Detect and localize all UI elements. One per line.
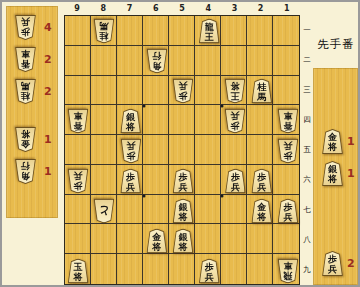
board-cell[interactable]: [221, 224, 247, 254]
rank-label: 五: [301, 135, 313, 165]
piece-shape: 銀将: [120, 109, 141, 134]
shogi-piece[interactable]: 歩兵: [251, 169, 272, 194]
board-cell[interactable]: [143, 195, 169, 225]
shogi-piece[interactable]: 歩兵: [277, 139, 298, 164]
shogi-piece[interactable]: 金将: [146, 229, 167, 254]
rank-label: 八: [301, 225, 313, 255]
shogi-piece[interactable]: 銀将: [120, 109, 141, 134]
piece-kanji: 玉将: [69, 260, 88, 283]
piece-shape: 金将: [322, 129, 343, 154]
piece-kanji: 金将: [16, 128, 35, 151]
piece-kanji: 桂馬: [16, 80, 35, 103]
piece-shape: 玉将: [68, 259, 89, 284]
piece-kanji: 歩兵: [252, 170, 271, 193]
rank-label: 一: [301, 15, 313, 45]
piece-shape: 銀将: [173, 199, 194, 224]
star-point: [221, 195, 224, 198]
piece-kanji: 角行: [16, 160, 35, 183]
board-cell[interactable]: [117, 46, 143, 76]
shogi-piece[interactable]: 金将: [322, 129, 343, 154]
piece-kanji: 飛車: [278, 260, 297, 283]
sente-captured-tray: 金将1銀将1歩兵2: [313, 68, 358, 285]
board-cell[interactable]: [221, 195, 247, 225]
shogi-piece[interactable]: 王将: [225, 79, 246, 104]
rank-label: 三: [301, 75, 313, 105]
piece-shape: 歩兵: [15, 15, 36, 40]
shogi-piece[interactable]: 金将: [251, 199, 272, 224]
board-cell[interactable]: [273, 46, 299, 76]
shogi-piece[interactable]: と: [94, 199, 115, 224]
piece-shape: 歩兵: [173, 169, 194, 194]
file-label: 7: [116, 4, 142, 14]
board-cell[interactable]: [247, 224, 273, 254]
captured-count: 2: [44, 53, 52, 66]
board-cell[interactable]: [117, 76, 143, 106]
shogi-piece[interactable]: 銀将: [173, 229, 194, 254]
board-cell[interactable]: [117, 16, 143, 46]
piece-kanji: 歩兵: [278, 200, 297, 223]
captured-count: 2: [44, 85, 52, 98]
piece-kanji: と: [95, 200, 114, 223]
piece-kanji: 角行: [147, 50, 166, 73]
piece-kanji: 歩兵: [278, 140, 297, 163]
piece-shape: 歩兵: [322, 251, 343, 276]
rank-label: 六: [301, 165, 313, 195]
board-cell[interactable]: [195, 76, 221, 106]
piece-kanji: 香車: [69, 110, 88, 133]
board-cell[interactable]: [143, 16, 169, 46]
piece-kanji: 銀将: [174, 230, 193, 253]
rank-label: 九: [301, 255, 313, 285]
shogi-piece[interactable]: 桂馬: [251, 79, 272, 104]
rank-label: 七: [301, 195, 313, 225]
shogi-piece[interactable]: 歩兵: [173, 169, 194, 194]
board-cell[interactable]: [65, 76, 91, 106]
piece-kanji: 歩兵: [174, 170, 193, 193]
board-cell[interactable]: [169, 46, 195, 76]
piece-kanji: 歩兵: [226, 170, 245, 193]
shogi-piece[interactable]: 歩兵: [120, 169, 141, 194]
piece-shape: 香車: [15, 47, 36, 72]
board-cell[interactable]: [195, 224, 221, 254]
board-cell[interactable]: [65, 135, 91, 165]
shogi-piece[interactable]: 歩兵: [120, 139, 141, 164]
board-cell[interactable]: [273, 76, 299, 106]
piece-kanji: 歩兵: [69, 170, 88, 193]
captured-count: 1: [44, 133, 52, 146]
shogi-piece[interactable]: 歩兵: [199, 259, 220, 284]
shogi-piece[interactable]: 銀将: [173, 199, 194, 224]
board-cell[interactable]: [169, 16, 195, 46]
captured-count: 2: [347, 257, 355, 270]
piece-shape: 歩兵: [173, 79, 194, 104]
board-cell[interactable]: [91, 135, 117, 165]
board-cell[interactable]: [247, 16, 273, 46]
piece-shape: 飛車: [277, 259, 298, 284]
board-cell[interactable]: [247, 135, 273, 165]
board-cell[interactable]: [117, 254, 143, 284]
board-cell[interactable]: [221, 254, 247, 284]
shogi-piece[interactable]: 龍王: [199, 19, 220, 44]
board-cell[interactable]: [91, 46, 117, 76]
board-cell[interactable]: [91, 105, 117, 135]
piece-shape: 金将: [146, 229, 167, 254]
piece-shape: と: [94, 199, 115, 224]
board-cell[interactable]: [221, 16, 247, 46]
piece-kanji: 香車: [278, 110, 297, 133]
piece-shape: 歩兵: [68, 169, 89, 194]
shogi-piece[interactable]: 銀将: [322, 161, 343, 186]
piece-shape: 香車: [68, 109, 89, 134]
file-label: 4: [195, 4, 221, 14]
shogi-piece[interactable]: 歩兵: [322, 251, 343, 276]
file-label: 8: [90, 4, 116, 14]
shogi-piece[interactable]: 香車: [277, 109, 298, 134]
board-cell[interactable]: [143, 105, 169, 135]
board-cell[interactable]: [91, 254, 117, 284]
piece-kanji: 歩兵: [200, 260, 219, 283]
shogi-piece[interactable]: 桂馬: [15, 79, 36, 104]
shogi-piece[interactable]: 歩兵: [225, 109, 246, 134]
shogi-piece[interactable]: 歩兵: [173, 79, 194, 104]
piece-shape: 歩兵: [120, 169, 141, 194]
board-cell[interactable]: [247, 46, 273, 76]
board-cell[interactable]: [195, 135, 221, 165]
board-cell[interactable]: [143, 254, 169, 284]
piece-kanji: 銀将: [174, 200, 193, 223]
file-label: 9: [64, 4, 90, 14]
board-cell[interactable]: [195, 105, 221, 135]
shogi-piece[interactable]: 玉将: [68, 259, 89, 284]
board-cell[interactable]: [117, 224, 143, 254]
shogi-board: 桂馬龍王角行歩兵王将桂馬香車銀将歩兵香車歩兵歩兵歩兵歩兵歩兵歩兵歩兵と銀将金将歩…: [64, 15, 300, 285]
shogi-piece[interactable]: 香車: [68, 109, 89, 134]
piece-kanji: 金将: [323, 130, 342, 153]
board-cell[interactable]: [195, 195, 221, 225]
shogi-piece[interactable]: 桂馬: [94, 19, 115, 44]
piece-kanji: 桂馬: [95, 20, 114, 43]
file-label: 6: [143, 4, 169, 14]
piece-kanji: 歩兵: [121, 170, 140, 193]
board-cell[interactable]: [273, 16, 299, 46]
file-labels: 987654321: [64, 4, 300, 14]
board-cell[interactable]: [65, 224, 91, 254]
captured-count: 1: [347, 167, 355, 180]
board-cell[interactable]: [143, 76, 169, 106]
shogi-piece[interactable]: 歩兵: [68, 169, 89, 194]
board-cell[interactable]: [247, 254, 273, 284]
file-label: 1: [274, 4, 300, 14]
piece-shape: 金将: [251, 199, 272, 224]
star-point: [142, 195, 145, 198]
piece-shape: 龍王: [199, 19, 220, 44]
board-cell[interactable]: [221, 135, 247, 165]
board-cell[interactable]: [195, 165, 221, 195]
piece-kanji: 王将: [226, 80, 245, 103]
file-label: 5: [169, 4, 195, 14]
board-cell[interactable]: [143, 135, 169, 165]
piece-shape: 桂馬: [251, 79, 272, 104]
piece-shape: 歩兵: [199, 259, 220, 284]
board-cell[interactable]: [169, 254, 195, 284]
piece-kanji: 金将: [147, 230, 166, 253]
file-label: 3: [221, 4, 247, 14]
board-cell[interactable]: [91, 76, 117, 106]
shogi-piece[interactable]: 歩兵: [277, 199, 298, 224]
piece-shape: 歩兵: [225, 109, 246, 134]
board-cell[interactable]: [65, 195, 91, 225]
board-cell[interactable]: [91, 165, 117, 195]
turn-indicator: 先手番: [314, 37, 358, 52]
board-cell[interactable]: [169, 135, 195, 165]
piece-kanji: 香車: [16, 48, 35, 71]
piece-kanji: 歩兵: [226, 110, 245, 133]
piece-kanji: 銀将: [323, 162, 342, 185]
shogi-piece[interactable]: 香車: [15, 47, 36, 72]
rank-label: 四: [301, 105, 313, 135]
board-cell[interactable]: [273, 165, 299, 195]
file-label: 2: [248, 4, 274, 14]
captured-count: 1: [44, 165, 52, 178]
star-point: [142, 105, 145, 108]
piece-kanji: 歩兵: [16, 16, 35, 39]
star-point: [221, 105, 224, 108]
shogi-piece[interactable]: 飛車: [277, 259, 298, 284]
piece-shape: 香車: [277, 109, 298, 134]
piece-shape: 歩兵: [277, 199, 298, 224]
piece-kanji: 金将: [252, 200, 271, 223]
piece-kanji: 歩兵: [174, 80, 193, 103]
piece-shape: 銀将: [173, 229, 194, 254]
piece-shape: 角行: [146, 49, 167, 74]
piece-shape: 角行: [15, 159, 36, 184]
piece-kanji: 歩兵: [323, 252, 342, 275]
piece-shape: 歩兵: [120, 139, 141, 164]
piece-shape: 桂馬: [94, 19, 115, 44]
board-cell[interactable]: [65, 16, 91, 46]
board-cell[interactable]: [91, 224, 117, 254]
shogi-piece[interactable]: 角行: [146, 49, 167, 74]
piece-shape: 銀将: [322, 161, 343, 186]
rank-labels: 一二三四五六七八九: [301, 15, 313, 285]
piece-kanji: 歩兵: [121, 140, 140, 163]
board-cell[interactable]: [143, 165, 169, 195]
piece-shape: 歩兵: [251, 169, 272, 194]
shogi-piece[interactable]: 歩兵: [15, 15, 36, 40]
piece-shape: 歩兵: [277, 139, 298, 164]
board-cell[interactable]: [221, 46, 247, 76]
board-cell[interactable]: [65, 46, 91, 76]
captured-count: 4: [44, 21, 52, 34]
piece-kanji: 銀将: [121, 110, 140, 133]
rank-label: 二: [301, 45, 313, 75]
board-cell[interactable]: [169, 105, 195, 135]
shogi-piece[interactable]: 角行: [15, 159, 36, 184]
board-cell[interactable]: [273, 224, 299, 254]
piece-shape: 桂馬: [15, 79, 36, 104]
board-cell[interactable]: [195, 46, 221, 76]
piece-shape: 王将: [225, 79, 246, 104]
piece-kanji: 桂馬: [252, 80, 271, 103]
shogi-piece[interactable]: 金将: [15, 127, 36, 152]
piece-kanji: 龍王: [200, 20, 219, 43]
gote-captured-tray: 歩兵4香車2桂馬2金将1角行1: [6, 6, 58, 218]
shogi-piece[interactable]: 歩兵: [225, 169, 246, 194]
shogi-app-window: 987654321 桂馬龍王角行歩兵王将桂馬香車銀将歩兵香車歩兵歩兵歩兵歩兵歩兵…: [0, 0, 360, 287]
piece-shape: 金将: [15, 127, 36, 152]
board-cell[interactable]: [117, 195, 143, 225]
piece-shape: 歩兵: [225, 169, 246, 194]
captured-count: 1: [347, 135, 355, 148]
board-cell[interactable]: [247, 105, 273, 135]
